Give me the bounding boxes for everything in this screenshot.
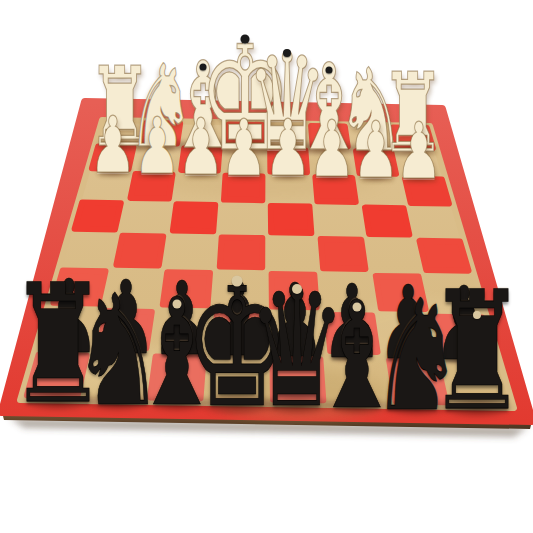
piece-white-pawn-b2[interactable]: ♟ bbox=[352, 111, 399, 189]
piece-white-pawn-h2[interactable]: ♟ bbox=[89, 106, 136, 184]
black-rook-paint-chips bbox=[473, 311, 481, 319]
black-bishop-tip bbox=[353, 303, 362, 312]
black-bishop-tip bbox=[173, 300, 182, 309]
black-king-tip bbox=[232, 276, 243, 287]
white-king-tip bbox=[241, 35, 250, 44]
piece-white-pawn-f2[interactable]: ♟ bbox=[177, 108, 224, 186]
white-queen-tip bbox=[283, 49, 291, 57]
chessboard-photo: ♜♞♝♚♛♝♞♜♟♟♟♟♟♟♟♟♟♟♟♟♟♟♟♟♜♞♝♚♛♝♞♜ bbox=[0, 0, 533, 533]
white-bishop-tip bbox=[200, 64, 207, 71]
piece-white-pawn-a2[interactable]: ♟ bbox=[396, 112, 443, 190]
piece-white-pawn-e2[interactable]: ♟ bbox=[221, 109, 268, 187]
white-bishop-tip bbox=[326, 66, 333, 73]
piece-black-rook-a8[interactable]: ♜ bbox=[427, 271, 526, 435]
piece-white-pawn-g2[interactable]: ♟ bbox=[133, 107, 180, 185]
piece-white-pawn-d2[interactable]: ♟ bbox=[265, 109, 312, 187]
black-queen-tip bbox=[292, 284, 302, 294]
pieces-layer: ♜♞♝♚♛♝♞♜♟♟♟♟♟♟♟♟♟♟♟♟♟♟♟♟♜♞♝♚♛♝♞♜ bbox=[0, 0, 533, 533]
piece-white-pawn-c2[interactable]: ♟ bbox=[308, 110, 355, 188]
